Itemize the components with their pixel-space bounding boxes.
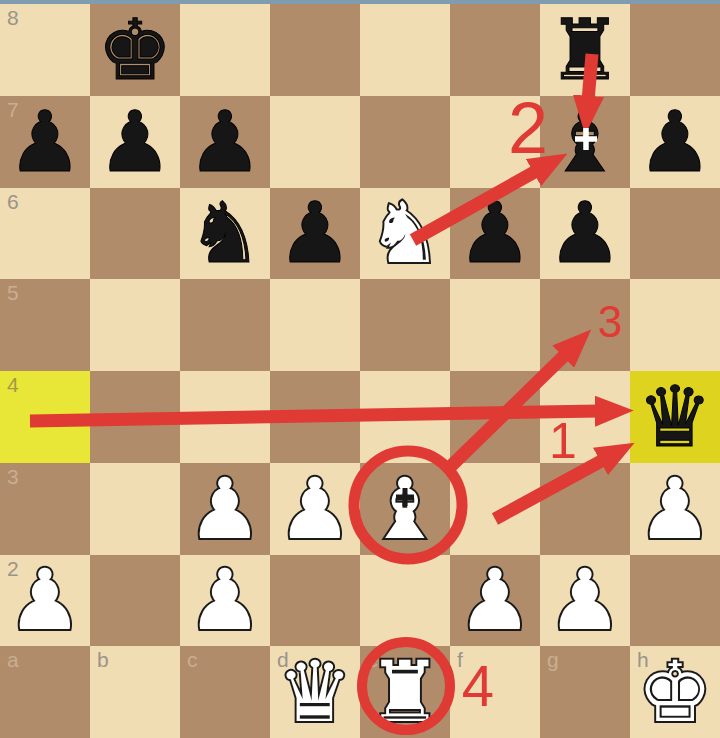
coordinate-label-4: 4 — [7, 374, 19, 395]
square-c5[interactable] — [180, 279, 270, 371]
square-c4[interactable] — [180, 371, 270, 463]
square-g8[interactable]: ♜ — [540, 4, 630, 96]
piece-black-pawn-c7[interactable]: ♟ — [180, 96, 270, 188]
square-h2[interactable] — [630, 555, 720, 647]
piece-black-rook-g8[interactable]: ♜ — [540, 4, 630, 96]
coordinate-label-c: c — [187, 649, 198, 670]
piece-white-king-h1[interactable]: ♚ — [630, 646, 720, 738]
square-b3[interactable] — [90, 463, 180, 555]
piece-white-pawn-d3[interactable]: ♟ — [270, 463, 360, 555]
square-f8[interactable] — [450, 4, 540, 96]
piece-white-pawn-a2[interactable]: ♟ — [0, 555, 90, 647]
square-a2[interactable]: 2♟ — [0, 555, 90, 647]
square-e2[interactable] — [360, 555, 450, 647]
square-f7[interactable] — [450, 96, 540, 188]
coordinate-label-a: a — [7, 649, 19, 670]
square-f6[interactable]: ♟ — [450, 188, 540, 280]
square-a3[interactable]: 3 — [0, 463, 90, 555]
square-f4[interactable] — [450, 371, 540, 463]
square-d5[interactable] — [270, 279, 360, 371]
square-f2[interactable]: ♟ — [450, 555, 540, 647]
square-c7[interactable]: ♟ — [180, 96, 270, 188]
square-a1[interactable]: a — [0, 646, 90, 738]
square-h8[interactable] — [630, 4, 720, 96]
square-d7[interactable] — [270, 96, 360, 188]
piece-black-pawn-b7[interactable]: ♟ — [90, 96, 180, 188]
coordinate-label-8: 8 — [7, 7, 19, 28]
square-e5[interactable] — [360, 279, 450, 371]
square-g4[interactable] — [540, 371, 630, 463]
square-c3[interactable]: ♟ — [180, 463, 270, 555]
square-b5[interactable] — [90, 279, 180, 371]
square-d6[interactable]: ♟ — [270, 188, 360, 280]
square-c8[interactable] — [180, 4, 270, 96]
square-g5[interactable] — [540, 279, 630, 371]
square-h3[interactable]: ♟ — [630, 463, 720, 555]
square-g6[interactable]: ♟ — [540, 188, 630, 280]
piece-black-king-b8[interactable]: ♚ — [90, 4, 180, 96]
square-b6[interactable] — [90, 188, 180, 280]
square-a5[interactable]: 5 — [0, 279, 90, 371]
square-h6[interactable] — [630, 188, 720, 280]
coordinate-label-f: f — [457, 649, 463, 670]
square-h5[interactable] — [630, 279, 720, 371]
chess-board[interactable]: 8♚♜7♟♟♟♝♟6♞♟♞♟♟54♛3♟♟♝♟2♟♟♟♟abcd♛e♜fgh♚ — [0, 4, 720, 738]
square-c6[interactable]: ♞ — [180, 188, 270, 280]
square-a6[interactable]: 6 — [0, 188, 90, 280]
piece-black-queen-h4[interactable]: ♛ — [630, 371, 720, 463]
square-e7[interactable] — [360, 96, 450, 188]
square-g3[interactable] — [540, 463, 630, 555]
coordinate-label-3: 3 — [7, 466, 19, 487]
square-a4[interactable]: 4 — [0, 371, 90, 463]
piece-black-bishop-g7[interactable]: ♝ — [540, 96, 630, 188]
square-e1[interactable]: e♜ — [360, 646, 450, 738]
square-a7[interactable]: 7♟ — [0, 96, 90, 188]
square-b8[interactable]: ♚ — [90, 4, 180, 96]
piece-white-pawn-f2[interactable]: ♟ — [450, 555, 540, 647]
piece-white-pawn-c2[interactable]: ♟ — [180, 555, 270, 647]
piece-white-bishop-e3[interactable]: ♝ — [360, 463, 450, 555]
coordinate-label-b: b — [97, 649, 109, 670]
piece-black-pawn-d6[interactable]: ♟ — [270, 188, 360, 280]
square-b4[interactable] — [90, 371, 180, 463]
square-d1[interactable]: d♛ — [270, 646, 360, 738]
piece-white-queen-d1[interactable]: ♛ — [270, 646, 360, 738]
piece-white-pawn-c3[interactable]: ♟ — [180, 463, 270, 555]
piece-white-knight-e6[interactable]: ♞ — [360, 188, 450, 280]
chess-app-screen: 8♚♜7♟♟♟♝♟6♞♟♞♟♟54♛3♟♟♝♟2♟♟♟♟abcd♛e♜fgh♚ … — [0, 0, 720, 738]
coordinate-label-g: g — [547, 649, 559, 670]
square-e6[interactable]: ♞ — [360, 188, 450, 280]
piece-black-pawn-g6[interactable]: ♟ — [540, 188, 630, 280]
piece-black-pawn-f6[interactable]: ♟ — [450, 188, 540, 280]
square-b2[interactable] — [90, 555, 180, 647]
piece-white-pawn-g2[interactable]: ♟ — [540, 555, 630, 647]
square-f1[interactable]: f — [450, 646, 540, 738]
square-c1[interactable]: c — [180, 646, 270, 738]
square-e8[interactable] — [360, 4, 450, 96]
square-f3[interactable] — [450, 463, 540, 555]
piece-white-rook-e1[interactable]: ♜ — [360, 646, 450, 738]
square-h7[interactable]: ♟ — [630, 96, 720, 188]
square-a8[interactable]: 8 — [0, 4, 90, 96]
square-b7[interactable]: ♟ — [90, 96, 180, 188]
coordinate-label-6: 6 — [7, 191, 19, 212]
square-d4[interactable] — [270, 371, 360, 463]
square-h1[interactable]: h♚ — [630, 646, 720, 738]
square-h4[interactable]: ♛ — [630, 371, 720, 463]
square-g2[interactable]: ♟ — [540, 555, 630, 647]
piece-white-pawn-h3[interactable]: ♟ — [630, 463, 720, 555]
square-f5[interactable] — [450, 279, 540, 371]
piece-black-pawn-a7[interactable]: ♟ — [0, 96, 90, 188]
square-b1[interactable]: b — [90, 646, 180, 738]
piece-black-knight-c6[interactable]: ♞ — [180, 188, 270, 280]
square-g1[interactable]: g — [540, 646, 630, 738]
square-c2[interactable]: ♟ — [180, 555, 270, 647]
square-e4[interactable] — [360, 371, 450, 463]
piece-black-pawn-h7[interactable]: ♟ — [630, 96, 720, 188]
square-e3[interactable]: ♝ — [360, 463, 450, 555]
square-g7[interactable]: ♝ — [540, 96, 630, 188]
square-d2[interactable] — [270, 555, 360, 647]
coordinate-label-5: 5 — [7, 282, 19, 303]
square-d8[interactable] — [270, 4, 360, 96]
square-d3[interactable]: ♟ — [270, 463, 360, 555]
